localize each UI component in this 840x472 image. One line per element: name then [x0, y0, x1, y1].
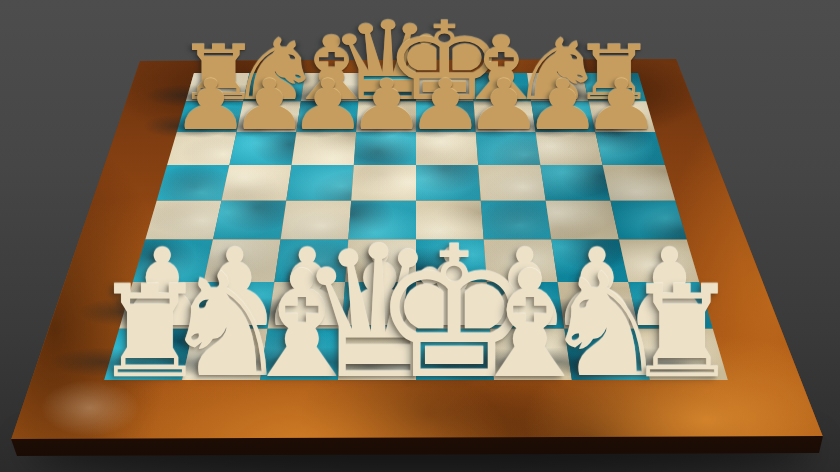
chess-3d-scene: ♜♞♝♛♚♝♞♜♟♟♟♟♟♟♟♟♟♟♟♟♟♟♟♟♜♞♝♛♚♝♞♜ [0, 0, 840, 472]
piece-black-pawn-h7[interactable]: ♟ [578, 71, 665, 140]
chess-pieces: ♜♞♝♛♚♝♞♜♟♟♟♟♟♟♟♟♟♟♟♟♟♟♟♟♜♞♝♛♚♝♞♜ [0, 0, 840, 472]
piece-white-rook-h1[interactable]: ♜ [619, 269, 746, 396]
